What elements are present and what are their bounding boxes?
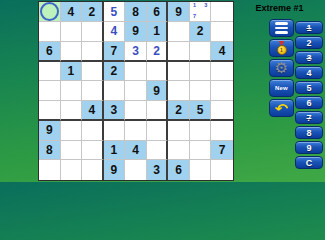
selection-ring <box>40 2 59 21</box>
digit-button-6[interactable]: 6 <box>295 96 323 109</box>
cell-r7c3[interactable] <box>82 121 104 141</box>
digit-button-4[interactable]: 4 <box>295 66 323 79</box>
cell-r4c7[interactable] <box>168 62 190 82</box>
cell-r2c3[interactable] <box>82 22 104 42</box>
digit-button-9[interactable]: 9 <box>295 141 323 154</box>
cell-r3c8[interactable] <box>190 42 212 62</box>
cell-r1c2[interactable]: 4 <box>61 2 83 22</box>
cell-r5c2[interactable] <box>61 81 83 101</box>
cell-r4c2[interactable]: 1 <box>61 62 83 82</box>
cell-r4c8[interactable] <box>190 62 212 82</box>
achievements-button[interactable]: 1 <box>269 39 294 57</box>
cell-r9c2[interactable] <box>61 160 83 180</box>
gear-icon: ⚙ <box>275 61 288 76</box>
cell-r8c6[interactable] <box>147 141 169 161</box>
cell-r1c3[interactable]: 2 <box>82 2 104 22</box>
cell-r8c9[interactable]: 7 <box>211 141 233 161</box>
cell-r9c8[interactable] <box>190 160 212 180</box>
cell-r7c2[interactable] <box>61 121 83 141</box>
undo-icon: ↶ <box>275 102 289 115</box>
cell-r2c5[interactable]: 9 <box>125 22 147 42</box>
cell-r4c9[interactable] <box>211 62 233 82</box>
cell-r5c7[interactable] <box>168 81 190 101</box>
cell-r1c9[interactable] <box>211 2 233 22</box>
cell-r6c9[interactable] <box>211 101 233 121</box>
cell-r5c5[interactable] <box>125 81 147 101</box>
cell-r3c3[interactable] <box>82 42 104 62</box>
cell-r4c6[interactable] <box>147 62 169 82</box>
cell-r3c9[interactable]: 4 <box>211 42 233 62</box>
digit-button-8[interactable]: 8 <box>295 126 323 139</box>
cell-r5c9[interactable] <box>211 81 233 101</box>
cell-r8c5[interactable]: 4 <box>125 141 147 161</box>
new-game-button[interactable]: New <box>269 79 294 97</box>
cell-r8c7[interactable] <box>168 141 190 161</box>
cell-r9c4[interactable]: 9 <box>104 160 126 180</box>
cell-r7c7[interactable] <box>168 121 190 141</box>
cell-r1c5[interactable]: 8 <box>125 2 147 22</box>
cell-r2c6[interactable]: 1 <box>147 22 169 42</box>
cell-r6c8[interactable]: 5 <box>190 101 212 121</box>
cell-r9c3[interactable] <box>82 160 104 180</box>
cell-r9c7[interactable]: 6 <box>168 160 190 180</box>
cell-r6c1[interactable] <box>39 101 61 121</box>
cell-r6c7[interactable]: 2 <box>168 101 190 121</box>
cell-r2c2[interactable] <box>61 22 83 42</box>
hamburger-icon <box>275 22 288 34</box>
number-pad: 123456789C <box>295 21 323 169</box>
new-game-label: New <box>275 85 288 91</box>
cell-r5c1[interactable] <box>39 81 61 101</box>
cell-r6c5[interactable] <box>125 101 147 121</box>
cell-r5c6[interactable]: 9 <box>147 81 169 101</box>
pencil-notes: 137 <box>190 2 211 21</box>
cell-r8c2[interactable] <box>61 141 83 161</box>
cell-r5c8[interactable] <box>190 81 212 101</box>
puzzle-title: Extreme #1 <box>234 3 325 13</box>
cell-r4c4[interactable]: 2 <box>104 62 126 82</box>
cell-r2c8[interactable]: 2 <box>190 22 212 42</box>
cell-r8c8[interactable] <box>190 141 212 161</box>
cell-r2c4[interactable]: 4 <box>104 22 126 42</box>
cell-r3c2[interactable] <box>61 42 83 62</box>
cell-r8c4[interactable]: 1 <box>104 141 126 161</box>
settings-button[interactable]: ⚙ <box>269 59 294 77</box>
cell-r7c8[interactable] <box>190 121 212 141</box>
cell-r2c7[interactable] <box>168 22 190 42</box>
undo-button[interactable]: ↶ <box>269 99 294 117</box>
cell-r9c1[interactable] <box>39 160 61 180</box>
cell-r1c1[interactable] <box>39 2 61 22</box>
cell-r2c9[interactable] <box>211 22 233 42</box>
cell-r6c6[interactable] <box>147 101 169 121</box>
cell-r9c6[interactable]: 3 <box>147 160 169 180</box>
cell-r6c4[interactable]: 3 <box>104 101 126 121</box>
digit-button-2[interactable]: 2 <box>295 36 323 49</box>
cell-r8c1[interactable]: 8 <box>39 141 61 161</box>
cell-r3c7[interactable] <box>168 42 190 62</box>
clear-button[interactable]: C <box>295 156 323 169</box>
cell-r8c3[interactable] <box>82 141 104 161</box>
digit-button-1[interactable]: 1 <box>295 21 323 34</box>
cell-r7c1[interactable]: 9 <box>39 121 61 141</box>
cell-r7c9[interactable] <box>211 121 233 141</box>
sudoku-board: 425869137491267324129432598147936 <box>38 1 234 181</box>
digit-button-3[interactable]: 3 <box>295 51 323 64</box>
cell-r3c6[interactable]: 2 <box>147 42 169 62</box>
cell-r2c1[interactable] <box>39 22 61 42</box>
cell-r3c4[interactable]: 7 <box>104 42 126 62</box>
cell-r7c5[interactable] <box>125 121 147 141</box>
medal-icon: 1 <box>276 41 287 56</box>
cell-r1c8[interactable]: 137 <box>190 2 212 22</box>
cell-r1c6[interactable]: 6 <box>147 2 169 22</box>
cell-r9c9[interactable] <box>211 160 233 180</box>
digit-button-5[interactable]: 5 <box>295 81 323 94</box>
menu-button[interactable] <box>269 19 294 37</box>
cell-r5c4[interactable] <box>104 81 126 101</box>
cell-r4c3[interactable] <box>82 62 104 82</box>
toolbar: 1 ⚙ New ↶ <box>269 19 294 117</box>
cell-r3c5[interactable]: 3 <box>125 42 147 62</box>
side-panel: Extreme #1 1 ⚙ New ↶ 123456789C <box>234 0 325 182</box>
cell-r5c3[interactable] <box>82 81 104 101</box>
cell-r4c5[interactable] <box>125 62 147 82</box>
cell-r1c7[interactable]: 9 <box>168 2 190 22</box>
cell-r1c4[interactable]: 5 <box>104 2 126 22</box>
cell-r9c5[interactable] <box>125 160 147 180</box>
cell-r3c1[interactable]: 6 <box>39 42 61 62</box>
cell-r6c2[interactable] <box>61 101 83 121</box>
digit-button-7[interactable]: 7 <box>295 111 323 124</box>
cell-r4c1[interactable] <box>39 62 61 82</box>
cell-r7c6[interactable] <box>147 121 169 141</box>
cell-r6c3[interactable]: 4 <box>82 101 104 121</box>
cell-r7c4[interactable] <box>104 121 126 141</box>
